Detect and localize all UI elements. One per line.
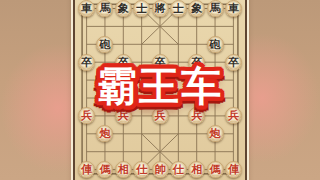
piece-red-cannon[interactable]: 炮 [207, 125, 224, 142]
piece-red-chariot[interactable]: 俥 [225, 161, 242, 178]
piece-black-general[interactable]: 將 [152, 0, 169, 17]
piece-black-elephant[interactable]: 象 [115, 0, 132, 17]
piece-black-cannon[interactable]: 砲 [207, 36, 224, 53]
piece-black-horse[interactable]: 馬 [207, 0, 224, 17]
piece-black-chariot[interactable]: 車 [78, 0, 95, 17]
video-frame: 車馬象士將士象馬車砲砲卒卒卒卒卒兵兵兵兵兵炮炮俥傌相仕帥仕相傌俥 霸王车 [0, 0, 320, 180]
piece-red-advisor[interactable]: 仕 [170, 161, 187, 178]
piece-red-general[interactable]: 帥 [152, 161, 169, 178]
piece-red-soldier[interactable]: 兵 [152, 107, 169, 124]
piece-red-horse[interactable]: 傌 [207, 161, 224, 178]
piece-red-elephant[interactable]: 相 [115, 161, 132, 178]
piece-black-chariot[interactable]: 車 [225, 0, 242, 17]
overlay-title: 霸王车 [0, 66, 320, 106]
piece-black-advisor[interactable]: 士 [133, 0, 150, 17]
piece-black-advisor[interactable]: 士 [170, 0, 187, 17]
